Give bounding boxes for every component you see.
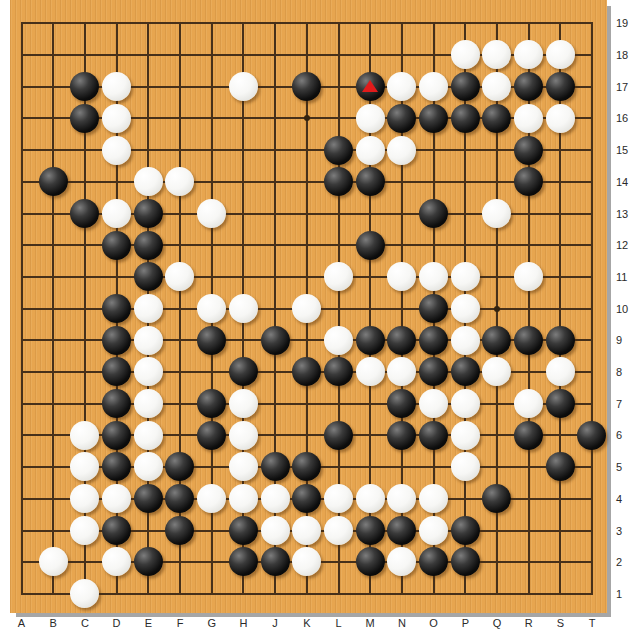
stone-grid[interactable] — [6, 7, 608, 609]
intersection-M17[interactable] — [354, 71, 386, 103]
intersection-J4[interactable] — [259, 483, 291, 515]
intersection-H2[interactable] — [227, 546, 259, 578]
intersection-B7[interactable] — [37, 388, 69, 420]
intersection-L10[interactable] — [323, 293, 355, 325]
intersection-F19[interactable] — [164, 7, 196, 39]
intersection-P13[interactable] — [449, 198, 481, 230]
intersection-G6[interactable] — [196, 419, 228, 451]
white-stone-R18[interactable] — [514, 40, 543, 69]
white-stone-E7[interactable] — [134, 389, 163, 418]
intersection-A15[interactable] — [6, 134, 38, 166]
white-stone-L11[interactable] — [324, 262, 353, 291]
white-stone-D16[interactable] — [102, 104, 131, 133]
intersection-G14[interactable] — [196, 166, 228, 198]
intersection-G10[interactable] — [196, 293, 228, 325]
intersection-L14[interactable] — [323, 166, 355, 198]
intersection-S18[interactable] — [544, 39, 576, 71]
intersection-D19[interactable] — [101, 7, 133, 39]
intersection-L16[interactable] — [323, 103, 355, 135]
intersection-J19[interactable] — [259, 7, 291, 39]
white-stone-D4[interactable] — [102, 484, 131, 513]
intersection-B18[interactable] — [37, 39, 69, 71]
intersection-R7[interactable] — [513, 388, 545, 420]
white-stone-P6[interactable] — [451, 421, 480, 450]
white-stone-H5[interactable] — [229, 452, 258, 481]
intersection-K15[interactable] — [291, 134, 323, 166]
intersection-L8[interactable] — [323, 356, 355, 388]
intersection-T3[interactable] — [576, 514, 608, 546]
intersection-D13[interactable] — [101, 198, 133, 230]
intersection-B4[interactable] — [37, 483, 69, 515]
intersection-J3[interactable] — [259, 514, 291, 546]
intersection-M2[interactable] — [354, 546, 386, 578]
black-stone-P3[interactable] — [451, 516, 480, 545]
intersection-J18[interactable] — [259, 39, 291, 71]
intersection-Q7[interactable] — [481, 388, 513, 420]
white-stone-D15[interactable] — [102, 136, 131, 165]
intersection-G17[interactable] — [196, 71, 228, 103]
black-stone-O16[interactable] — [419, 104, 448, 133]
intersection-K10[interactable] — [291, 293, 323, 325]
white-stone-E9[interactable] — [134, 326, 163, 355]
white-stone-N4[interactable] — [387, 484, 416, 513]
intersection-J17[interactable] — [259, 71, 291, 103]
intersection-S1[interactable] — [544, 578, 576, 610]
intersection-B15[interactable] — [37, 134, 69, 166]
intersection-O17[interactable] — [418, 71, 450, 103]
intersection-K6[interactable] — [291, 419, 323, 451]
intersection-R6[interactable] — [513, 419, 545, 451]
intersection-G15[interactable] — [196, 134, 228, 166]
intersection-T2[interactable] — [576, 546, 608, 578]
intersection-P14[interactable] — [449, 166, 481, 198]
black-stone-F4[interactable] — [165, 484, 194, 513]
intersection-C15[interactable] — [69, 134, 101, 166]
intersection-S15[interactable] — [544, 134, 576, 166]
intersection-S19[interactable] — [544, 7, 576, 39]
black-stone-O10[interactable] — [419, 294, 448, 323]
intersection-E19[interactable] — [132, 7, 164, 39]
go-board[interactable] — [10, 0, 607, 613]
intersection-O19[interactable] — [418, 7, 450, 39]
intersection-O7[interactable] — [418, 388, 450, 420]
intersection-P9[interactable] — [449, 324, 481, 356]
intersection-M9[interactable] — [354, 324, 386, 356]
intersection-E11[interactable] — [132, 261, 164, 293]
intersection-J14[interactable] — [259, 166, 291, 198]
intersection-J2[interactable] — [259, 546, 291, 578]
white-stone-S8[interactable] — [546, 357, 575, 386]
intersection-P4[interactable] — [449, 483, 481, 515]
intersection-G1[interactable] — [196, 578, 228, 610]
intersection-O13[interactable] — [418, 198, 450, 230]
black-stone-M14[interactable] — [356, 167, 385, 196]
intersection-C9[interactable] — [69, 324, 101, 356]
intersection-O12[interactable] — [418, 229, 450, 261]
intersection-D18[interactable] — [101, 39, 133, 71]
intersection-M6[interactable] — [354, 419, 386, 451]
intersection-M14[interactable] — [354, 166, 386, 198]
intersection-M10[interactable] — [354, 293, 386, 325]
intersection-N11[interactable] — [386, 261, 418, 293]
black-stone-K4[interactable] — [292, 484, 321, 513]
intersection-Q9[interactable] — [481, 324, 513, 356]
intersection-R19[interactable] — [513, 7, 545, 39]
black-stone-D6[interactable] — [102, 421, 131, 450]
white-stone-L4[interactable] — [324, 484, 353, 513]
intersection-N7[interactable] — [386, 388, 418, 420]
intersection-G2[interactable] — [196, 546, 228, 578]
intersection-P10[interactable] — [449, 293, 481, 325]
intersection-J16[interactable] — [259, 103, 291, 135]
white-stone-D13[interactable] — [102, 199, 131, 228]
intersection-O5[interactable] — [418, 451, 450, 483]
intersection-G5[interactable] — [196, 451, 228, 483]
intersection-B10[interactable] — [37, 293, 69, 325]
intersection-P18[interactable] — [449, 39, 481, 71]
intersection-H10[interactable] — [227, 293, 259, 325]
black-stone-M2[interactable] — [356, 547, 385, 576]
intersection-M8[interactable] — [354, 356, 386, 388]
intersection-N1[interactable] — [386, 578, 418, 610]
intersection-F13[interactable] — [164, 198, 196, 230]
white-stone-M4[interactable] — [356, 484, 385, 513]
intersection-O6[interactable] — [418, 419, 450, 451]
intersection-F9[interactable] — [164, 324, 196, 356]
intersection-O15[interactable] — [418, 134, 450, 166]
black-stone-E12[interactable] — [134, 231, 163, 260]
intersection-L11[interactable] — [323, 261, 355, 293]
intersection-L7[interactable] — [323, 388, 355, 420]
intersection-N8[interactable] — [386, 356, 418, 388]
intersection-H15[interactable] — [227, 134, 259, 166]
intersection-F15[interactable] — [164, 134, 196, 166]
intersection-D8[interactable] — [101, 356, 133, 388]
intersection-E8[interactable] — [132, 356, 164, 388]
intersection-A1[interactable] — [6, 578, 38, 610]
white-stone-G13[interactable] — [197, 199, 226, 228]
black-stone-J9[interactable] — [261, 326, 290, 355]
intersection-E14[interactable] — [132, 166, 164, 198]
white-stone-C5[interactable] — [70, 452, 99, 481]
intersection-B9[interactable] — [37, 324, 69, 356]
intersection-D5[interactable] — [101, 451, 133, 483]
intersection-B2[interactable] — [37, 546, 69, 578]
white-stone-N2[interactable] — [387, 547, 416, 576]
intersection-Q10[interactable] — [481, 293, 513, 325]
intersection-R11[interactable] — [513, 261, 545, 293]
intersection-E4[interactable] — [132, 483, 164, 515]
intersection-C11[interactable] — [69, 261, 101, 293]
intersection-P6[interactable] — [449, 419, 481, 451]
intersection-Q13[interactable] — [481, 198, 513, 230]
intersection-S5[interactable] — [544, 451, 576, 483]
intersection-A16[interactable] — [6, 103, 38, 135]
black-stone-Q9[interactable] — [482, 326, 511, 355]
intersection-O10[interactable] — [418, 293, 450, 325]
intersection-S4[interactable] — [544, 483, 576, 515]
intersection-K1[interactable] — [291, 578, 323, 610]
white-stone-D17[interactable] — [102, 72, 131, 101]
intersection-F8[interactable] — [164, 356, 196, 388]
black-stone-P16[interactable] — [451, 104, 480, 133]
white-stone-O7[interactable] — [419, 389, 448, 418]
black-stone-N16[interactable] — [387, 104, 416, 133]
white-stone-L3[interactable] — [324, 516, 353, 545]
intersection-Q17[interactable] — [481, 71, 513, 103]
black-stone-M9[interactable] — [356, 326, 385, 355]
intersection-M1[interactable] — [354, 578, 386, 610]
white-stone-P11[interactable] — [451, 262, 480, 291]
intersection-A14[interactable] — [6, 166, 38, 198]
intersection-P3[interactable] — [449, 514, 481, 546]
intersection-G7[interactable] — [196, 388, 228, 420]
intersection-Q18[interactable] — [481, 39, 513, 71]
intersection-C8[interactable] — [69, 356, 101, 388]
black-stone-J5[interactable] — [261, 452, 290, 481]
black-stone-L15[interactable] — [324, 136, 353, 165]
black-stone-B14[interactable] — [39, 167, 68, 196]
intersection-N4[interactable] — [386, 483, 418, 515]
intersection-J1[interactable] — [259, 578, 291, 610]
intersection-M16[interactable] — [354, 103, 386, 135]
intersection-G19[interactable] — [196, 7, 228, 39]
white-stone-O17[interactable] — [419, 72, 448, 101]
black-stone-O8[interactable] — [419, 357, 448, 386]
intersection-A3[interactable] — [6, 514, 38, 546]
white-stone-G4[interactable] — [197, 484, 226, 513]
white-stone-H17[interactable] — [229, 72, 258, 101]
intersection-J12[interactable] — [259, 229, 291, 261]
intersection-J15[interactable] — [259, 134, 291, 166]
black-stone-J2[interactable] — [261, 547, 290, 576]
intersection-G8[interactable] — [196, 356, 228, 388]
intersection-R2[interactable] — [513, 546, 545, 578]
black-stone-S7[interactable] — [546, 389, 575, 418]
intersection-J6[interactable] — [259, 419, 291, 451]
intersection-B16[interactable] — [37, 103, 69, 135]
white-stone-O4[interactable] — [419, 484, 448, 513]
intersection-A8[interactable] — [6, 356, 38, 388]
intersection-F7[interactable] — [164, 388, 196, 420]
intersection-A6[interactable] — [6, 419, 38, 451]
intersection-S9[interactable] — [544, 324, 576, 356]
intersection-E9[interactable] — [132, 324, 164, 356]
intersection-A7[interactable] — [6, 388, 38, 420]
intersection-H9[interactable] — [227, 324, 259, 356]
intersection-T11[interactable] — [576, 261, 608, 293]
intersection-K3[interactable] — [291, 514, 323, 546]
intersection-O18[interactable] — [418, 39, 450, 71]
black-stone-O13[interactable] — [419, 199, 448, 228]
black-stone-D8[interactable] — [102, 357, 131, 386]
white-stone-H7[interactable] — [229, 389, 258, 418]
intersection-L17[interactable] — [323, 71, 355, 103]
intersection-B8[interactable] — [37, 356, 69, 388]
white-stone-P10[interactable] — [451, 294, 480, 323]
intersection-N10[interactable] — [386, 293, 418, 325]
intersection-F12[interactable] — [164, 229, 196, 261]
intersection-T12[interactable] — [576, 229, 608, 261]
black-stone-E2[interactable] — [134, 547, 163, 576]
intersection-C13[interactable] — [69, 198, 101, 230]
intersection-A18[interactable] — [6, 39, 38, 71]
intersection-Q12[interactable] — [481, 229, 513, 261]
intersection-A4[interactable] — [6, 483, 38, 515]
intersection-M18[interactable] — [354, 39, 386, 71]
intersection-F17[interactable] — [164, 71, 196, 103]
black-stone-D5[interactable] — [102, 452, 131, 481]
black-stone-O6[interactable] — [419, 421, 448, 450]
intersection-C7[interactable] — [69, 388, 101, 420]
intersection-M7[interactable] — [354, 388, 386, 420]
intersection-S13[interactable] — [544, 198, 576, 230]
intersection-F18[interactable] — [164, 39, 196, 71]
intersection-H16[interactable] — [227, 103, 259, 135]
intersection-R12[interactable] — [513, 229, 545, 261]
black-stone-G7[interactable] — [197, 389, 226, 418]
intersection-Q1[interactable] — [481, 578, 513, 610]
white-stone-E6[interactable] — [134, 421, 163, 450]
black-stone-L6[interactable] — [324, 421, 353, 450]
intersection-L1[interactable] — [323, 578, 355, 610]
intersection-G4[interactable] — [196, 483, 228, 515]
intersection-H6[interactable] — [227, 419, 259, 451]
intersection-A2[interactable] — [6, 546, 38, 578]
intersection-B5[interactable] — [37, 451, 69, 483]
intersection-Q11[interactable] — [481, 261, 513, 293]
intersection-Q16[interactable] — [481, 103, 513, 135]
intersection-E7[interactable] — [132, 388, 164, 420]
intersection-E2[interactable] — [132, 546, 164, 578]
intersection-M19[interactable] — [354, 7, 386, 39]
intersection-C16[interactable] — [69, 103, 101, 135]
intersection-C19[interactable] — [69, 7, 101, 39]
intersection-O11[interactable] — [418, 261, 450, 293]
white-stone-Q17[interactable] — [482, 72, 511, 101]
intersection-L19[interactable] — [323, 7, 355, 39]
white-stone-K3[interactable] — [292, 516, 321, 545]
intersection-S11[interactable] — [544, 261, 576, 293]
intersection-R4[interactable] — [513, 483, 545, 515]
white-stone-E8[interactable] — [134, 357, 163, 386]
intersection-E17[interactable] — [132, 71, 164, 103]
intersection-M13[interactable] — [354, 198, 386, 230]
white-stone-J3[interactable] — [261, 516, 290, 545]
intersection-R17[interactable] — [513, 71, 545, 103]
white-stone-N15[interactable] — [387, 136, 416, 165]
intersection-S16[interactable] — [544, 103, 576, 135]
intersection-Q14[interactable] — [481, 166, 513, 198]
intersection-T19[interactable] — [576, 7, 608, 39]
intersection-O1[interactable] — [418, 578, 450, 610]
white-stone-F11[interactable] — [165, 262, 194, 291]
intersection-K16[interactable] — [291, 103, 323, 135]
intersection-R5[interactable] — [513, 451, 545, 483]
intersection-F10[interactable] — [164, 293, 196, 325]
intersection-J11[interactable] — [259, 261, 291, 293]
white-stone-N8[interactable] — [387, 357, 416, 386]
white-stone-G10[interactable] — [197, 294, 226, 323]
intersection-D14[interactable] — [101, 166, 133, 198]
intersection-Q8[interactable] — [481, 356, 513, 388]
intersection-N18[interactable] — [386, 39, 418, 71]
white-stone-H6[interactable] — [229, 421, 258, 450]
intersection-C3[interactable] — [69, 514, 101, 546]
intersection-D10[interactable] — [101, 293, 133, 325]
black-stone-D9[interactable] — [102, 326, 131, 355]
white-stone-H4[interactable] — [229, 484, 258, 513]
white-stone-K2[interactable] — [292, 547, 321, 576]
intersection-T8[interactable] — [576, 356, 608, 388]
intersection-P12[interactable] — [449, 229, 481, 261]
intersection-H5[interactable] — [227, 451, 259, 483]
intersection-H3[interactable] — [227, 514, 259, 546]
intersection-G13[interactable] — [196, 198, 228, 230]
intersection-A9[interactable] — [6, 324, 38, 356]
intersection-F4[interactable] — [164, 483, 196, 515]
intersection-K14[interactable] — [291, 166, 323, 198]
intersection-E1[interactable] — [132, 578, 164, 610]
black-stone-T6[interactable] — [577, 421, 606, 450]
white-stone-Q18[interactable] — [482, 40, 511, 69]
intersection-P1[interactable] — [449, 578, 481, 610]
intersection-K18[interactable] — [291, 39, 323, 71]
intersection-C6[interactable] — [69, 419, 101, 451]
intersection-B11[interactable] — [37, 261, 69, 293]
intersection-S14[interactable] — [544, 166, 576, 198]
white-stone-C4[interactable] — [70, 484, 99, 513]
black-stone-H2[interactable] — [229, 547, 258, 576]
intersection-K7[interactable] — [291, 388, 323, 420]
black-stone-C16[interactable] — [70, 104, 99, 133]
intersection-G3[interactable] — [196, 514, 228, 546]
intersection-C10[interactable] — [69, 293, 101, 325]
intersection-H14[interactable] — [227, 166, 259, 198]
intersection-B13[interactable] — [37, 198, 69, 230]
intersection-E5[interactable] — [132, 451, 164, 483]
intersection-J5[interactable] — [259, 451, 291, 483]
intersection-Q3[interactable] — [481, 514, 513, 546]
intersection-E18[interactable] — [132, 39, 164, 71]
intersection-D7[interactable] — [101, 388, 133, 420]
white-stone-K10[interactable] — [292, 294, 321, 323]
intersection-R13[interactable] — [513, 198, 545, 230]
intersection-H4[interactable] — [227, 483, 259, 515]
white-stone-S18[interactable] — [546, 40, 575, 69]
white-stone-M8[interactable] — [356, 357, 385, 386]
intersection-H7[interactable] — [227, 388, 259, 420]
white-stone-M16[interactable] — [356, 104, 385, 133]
black-stone-M3[interactable] — [356, 516, 385, 545]
intersection-L6[interactable] — [323, 419, 355, 451]
black-stone-D10[interactable] — [102, 294, 131, 323]
intersection-N19[interactable] — [386, 7, 418, 39]
intersection-J13[interactable] — [259, 198, 291, 230]
intersection-K13[interactable] — [291, 198, 323, 230]
intersection-L5[interactable] — [323, 451, 355, 483]
black-stone-L8[interactable] — [324, 357, 353, 386]
intersection-M12[interactable] — [354, 229, 386, 261]
black-stone-G9[interactable] — [197, 326, 226, 355]
intersection-S3[interactable] — [544, 514, 576, 546]
white-stone-D2[interactable] — [102, 547, 131, 576]
black-stone-S9[interactable] — [546, 326, 575, 355]
black-stone-E13[interactable] — [134, 199, 163, 228]
intersection-L4[interactable] — [323, 483, 355, 515]
white-stone-S16[interactable] — [546, 104, 575, 133]
black-stone-K8[interactable] — [292, 357, 321, 386]
